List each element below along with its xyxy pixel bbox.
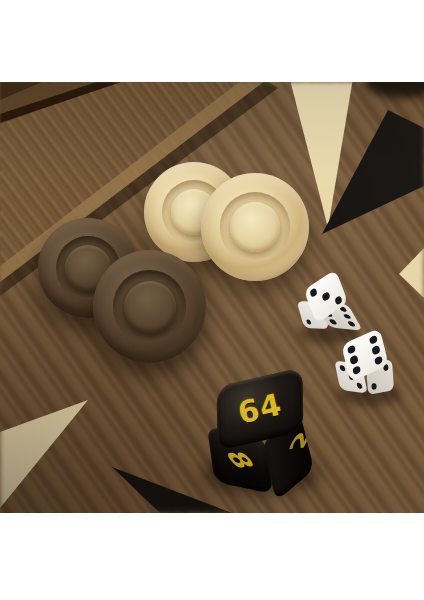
doubling-cube[interactable]: 8 2 64 — [206, 374, 318, 492]
backgammon-board-photo: 8 2 64 — [0, 82, 424, 513]
checker-light-front[interactable] — [201, 173, 309, 281]
die-two[interactable] — [336, 334, 402, 404]
product-photo-stage: 8 2 64 — [0, 0, 424, 600]
checker-dark-front[interactable] — [93, 250, 206, 363]
